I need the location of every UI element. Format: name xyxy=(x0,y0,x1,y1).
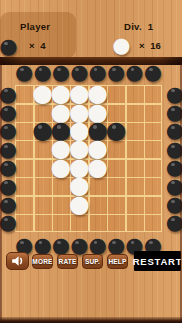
black-stone: ● xyxy=(17,65,32,80)
speaker-icon xyxy=(11,255,25,267)
black-stone: ● xyxy=(35,238,50,253)
rate-button[interactable]: RATE xyxy=(57,254,78,269)
black-stone: ● xyxy=(1,123,16,138)
bottom-edge-band xyxy=(0,317,182,323)
black-stone: ● xyxy=(1,160,16,175)
black-stone: ● xyxy=(145,65,160,80)
black-stone: ● xyxy=(72,65,87,80)
black-stone: ● xyxy=(1,142,16,157)
board-grid[interactable] xyxy=(15,85,162,232)
black-stone: ● xyxy=(1,179,16,194)
black-stone: ● xyxy=(109,65,124,80)
help-button[interactable]: HELP xyxy=(107,254,128,269)
black-stone: ● xyxy=(90,238,105,253)
black-stone: ● xyxy=(1,197,16,212)
left-edge-shade xyxy=(0,57,2,323)
sound-button[interactable] xyxy=(6,252,29,270)
black-stone: ● xyxy=(72,238,87,253)
black-stone: ● xyxy=(53,65,68,80)
black-stone: ● xyxy=(53,238,68,253)
black-stone: ● xyxy=(17,238,32,253)
game-screen: Player Div. 1 ● × 4 ● × 16 ●●●●●●●●●●●●●… xyxy=(0,0,182,323)
black-stone: ● xyxy=(1,105,16,120)
right-edge-shade xyxy=(180,57,182,323)
more-button[interactable]: MORE xyxy=(32,254,53,269)
restart-button[interactable]: RESTART xyxy=(134,251,181,271)
black-stone: ● xyxy=(90,65,105,80)
board: ●●●●●●●●●●●●●●●●●●●●●●●●●●●●●●●●●●●●●●●●… xyxy=(0,0,182,323)
black-stone: ● xyxy=(35,65,50,80)
support-button[interactable]: SUP. xyxy=(82,254,103,269)
black-stone: ● xyxy=(1,215,16,230)
black-stone: ● xyxy=(109,238,124,253)
black-stone: ● xyxy=(127,65,142,80)
black-stone: ● xyxy=(1,87,16,102)
